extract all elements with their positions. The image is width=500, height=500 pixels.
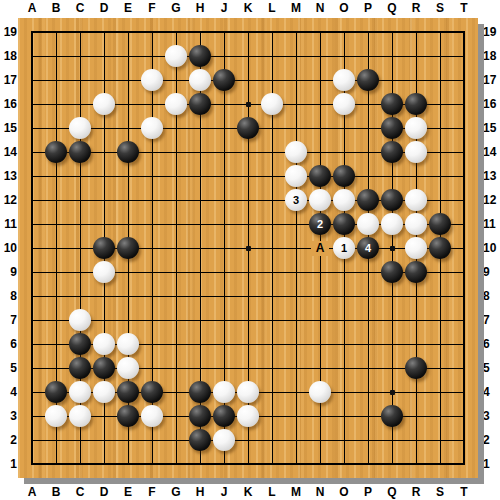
coord-letter-top: B xyxy=(47,1,65,15)
coord-number-right: 4 xyxy=(483,385,499,399)
white-stone[interactable] xyxy=(405,213,427,235)
coord-number-left: 9 xyxy=(1,265,17,279)
coord-number-right: 3 xyxy=(483,409,499,423)
white-stone[interactable] xyxy=(381,213,403,235)
coord-letter-bottom: D xyxy=(95,485,113,499)
white-stone[interactable] xyxy=(93,333,115,355)
black-stone[interactable] xyxy=(357,69,379,91)
coord-number-left: 6 xyxy=(1,337,17,351)
coord-letter-bottom: G xyxy=(167,485,185,499)
coord-number-right: 18 xyxy=(483,49,499,63)
black-stone[interactable] xyxy=(381,189,403,211)
white-stone[interactable] xyxy=(285,165,307,187)
black-stone[interactable] xyxy=(405,357,427,379)
black-stone[interactable] xyxy=(69,357,91,379)
coord-letter-top: F xyxy=(143,1,161,15)
white-stone[interactable] xyxy=(237,381,259,403)
white-stone[interactable] xyxy=(237,405,259,427)
white-stone[interactable] xyxy=(69,381,91,403)
coord-number-left: 18 xyxy=(1,49,17,63)
black-stone[interactable] xyxy=(237,117,259,139)
black-stone[interactable] xyxy=(69,141,91,163)
grid-line xyxy=(296,32,297,464)
grid-line xyxy=(32,320,464,321)
coord-letter-bottom: R xyxy=(407,485,425,499)
black-stone[interactable] xyxy=(381,93,403,115)
coord-letter-bottom: B xyxy=(47,485,65,499)
black-stone[interactable] xyxy=(189,429,211,451)
go-diagram: AABBCCDDEEFFGGHHJJKKLLMMNNOOPPQQRRSSTT19… xyxy=(0,0,500,500)
white-stone[interactable] xyxy=(357,213,379,235)
white-stone[interactable] xyxy=(309,381,331,403)
coord-number-left: 3 xyxy=(1,409,17,423)
coord-number-right: 11 xyxy=(483,217,499,231)
coord-number-right: 7 xyxy=(483,313,499,327)
coord-number-right: 9 xyxy=(483,265,499,279)
coord-number-left: 2 xyxy=(1,433,17,447)
coord-letter-bottom: K xyxy=(239,485,257,499)
black-stone[interactable] xyxy=(405,93,427,115)
coord-letter-top: L xyxy=(263,1,281,15)
black-stone[interactable] xyxy=(189,405,211,427)
white-stone[interactable] xyxy=(405,189,427,211)
coord-number-right: 1 xyxy=(483,457,499,471)
coord-letter-top: T xyxy=(455,1,473,15)
white-stone-move-1[interactable]: 1 xyxy=(333,237,355,259)
white-stone[interactable] xyxy=(141,69,163,91)
black-stone-move-2[interactable]: 2 xyxy=(309,213,331,235)
star-point xyxy=(246,246,251,251)
coord-number-right: 6 xyxy=(483,337,499,351)
black-stone[interactable] xyxy=(213,69,235,91)
star-point xyxy=(390,390,395,395)
coord-letter-top: J xyxy=(215,1,233,15)
black-stone[interactable] xyxy=(189,381,211,403)
coord-number-right: 13 xyxy=(483,169,499,183)
white-stone[interactable] xyxy=(93,381,115,403)
coord-number-left: 10 xyxy=(1,241,17,255)
star-point xyxy=(246,102,251,107)
coord-number-right: 12 xyxy=(483,193,499,207)
black-stone[interactable] xyxy=(429,237,451,259)
coord-letter-bottom: N xyxy=(311,485,329,499)
coord-letter-top: C xyxy=(71,1,89,15)
coord-number-left: 5 xyxy=(1,361,17,375)
white-stone[interactable] xyxy=(333,69,355,91)
coord-number-right: 16 xyxy=(483,97,499,111)
white-stone[interactable] xyxy=(165,93,187,115)
coord-letter-top: M xyxy=(287,1,305,15)
black-stone-move-4[interactable]: 4 xyxy=(357,237,379,259)
black-stone[interactable] xyxy=(93,357,115,379)
go-board[interactable]: 3214A xyxy=(18,18,478,478)
coord-letter-top: O xyxy=(335,1,353,15)
coord-letter-bottom: O xyxy=(335,485,353,499)
coord-letter-bottom: T xyxy=(455,485,473,499)
black-stone[interactable] xyxy=(381,117,403,139)
coord-letter-top: Q xyxy=(383,1,401,15)
black-stone[interactable] xyxy=(189,45,211,67)
coord-letter-top: R xyxy=(407,1,425,15)
white-stone[interactable] xyxy=(45,405,67,427)
coord-letter-bottom: F xyxy=(143,485,161,499)
coord-number-right: 17 xyxy=(483,73,499,87)
coord-letter-bottom: H xyxy=(191,485,209,499)
white-stone-move-3[interactable]: 3 xyxy=(285,189,307,211)
coord-number-right: 5 xyxy=(483,361,499,375)
black-stone[interactable] xyxy=(69,333,91,355)
coord-number-left: 7 xyxy=(1,313,17,327)
grid-line xyxy=(32,440,464,441)
coord-letter-top: S xyxy=(431,1,449,15)
point-label-a[interactable]: A xyxy=(311,241,329,256)
black-stone[interactable] xyxy=(333,213,355,235)
white-stone[interactable] xyxy=(141,405,163,427)
coord-number-right: 15 xyxy=(483,121,499,135)
white-stone[interactable] xyxy=(165,45,187,67)
white-stone[interactable] xyxy=(69,405,91,427)
coord-letter-bottom: J xyxy=(215,485,233,499)
coord-letter-top: K xyxy=(239,1,257,15)
black-stone[interactable] xyxy=(117,405,139,427)
coord-number-left: 17 xyxy=(1,73,17,87)
white-stone[interactable] xyxy=(189,69,211,91)
coord-number-right: 14 xyxy=(483,145,499,159)
coord-number-left: 16 xyxy=(1,97,17,111)
black-stone[interactable] xyxy=(405,261,427,283)
coord-letter-top: P xyxy=(359,1,377,15)
coord-letter-top: G xyxy=(167,1,185,15)
black-stone[interactable] xyxy=(189,93,211,115)
white-stone[interactable] xyxy=(261,93,283,115)
black-stone[interactable] xyxy=(357,189,379,211)
black-stone[interactable] xyxy=(381,141,403,163)
black-stone[interactable] xyxy=(93,237,115,259)
white-stone[interactable] xyxy=(93,93,115,115)
white-stone[interactable] xyxy=(213,429,235,451)
coord-letter-top: H xyxy=(191,1,209,15)
coord-letter-bottom: P xyxy=(359,485,377,499)
black-stone[interactable] xyxy=(45,381,67,403)
white-stone[interactable] xyxy=(141,117,163,139)
coord-letter-bottom: C xyxy=(71,485,89,499)
black-stone[interactable] xyxy=(117,141,139,163)
black-stone[interactable] xyxy=(309,165,331,187)
white-stone[interactable] xyxy=(405,141,427,163)
coord-letter-bottom: Q xyxy=(383,485,401,499)
grid-line xyxy=(32,296,464,297)
coord-letter-bottom: S xyxy=(431,485,449,499)
black-stone[interactable] xyxy=(117,381,139,403)
coord-number-left: 11 xyxy=(1,217,17,231)
white-stone[interactable] xyxy=(405,117,427,139)
white-stone[interactable] xyxy=(117,357,139,379)
coord-number-right: 10 xyxy=(483,241,499,255)
white-stone[interactable] xyxy=(285,141,307,163)
black-stone[interactable] xyxy=(429,213,451,235)
coord-number-left: 15 xyxy=(1,121,17,135)
white-stone[interactable] xyxy=(69,309,91,331)
coord-letter-bottom: M xyxy=(287,485,305,499)
black-stone[interactable] xyxy=(45,141,67,163)
coord-number-left: 8 xyxy=(1,289,17,303)
coord-number-left: 19 xyxy=(1,25,17,39)
coord-letter-bottom: A xyxy=(23,485,41,499)
black-stone[interactable] xyxy=(141,381,163,403)
white-stone[interactable] xyxy=(405,237,427,259)
white-stone[interactable] xyxy=(117,333,139,355)
black-stone[interactable] xyxy=(333,165,355,187)
white-stone[interactable] xyxy=(93,261,115,283)
coord-letter-bottom: E xyxy=(119,485,137,499)
coord-number-left: 12 xyxy=(1,193,17,207)
coord-number-right: 8 xyxy=(483,289,499,303)
black-stone[interactable] xyxy=(213,405,235,427)
black-stone[interactable] xyxy=(381,261,403,283)
coord-number-right: 19 xyxy=(483,25,499,39)
star-point xyxy=(390,246,395,251)
white-stone[interactable] xyxy=(333,93,355,115)
coord-letter-top: A xyxy=(23,1,41,15)
white-stone[interactable] xyxy=(309,189,331,211)
coord-number-left: 4 xyxy=(1,385,17,399)
coord-letter-top: D xyxy=(95,1,113,15)
coord-number-right: 2 xyxy=(483,433,499,447)
white-stone[interactable] xyxy=(69,117,91,139)
white-stone[interactable] xyxy=(333,189,355,211)
coord-letter-top: N xyxy=(311,1,329,15)
coord-letter-bottom: L xyxy=(263,485,281,499)
white-stone[interactable] xyxy=(213,381,235,403)
coord-number-left: 1 xyxy=(1,457,17,471)
coord-number-left: 13 xyxy=(1,169,17,183)
coord-number-left: 14 xyxy=(1,145,17,159)
coord-letter-top: E xyxy=(119,1,137,15)
black-stone[interactable] xyxy=(381,405,403,427)
black-stone[interactable] xyxy=(117,237,139,259)
